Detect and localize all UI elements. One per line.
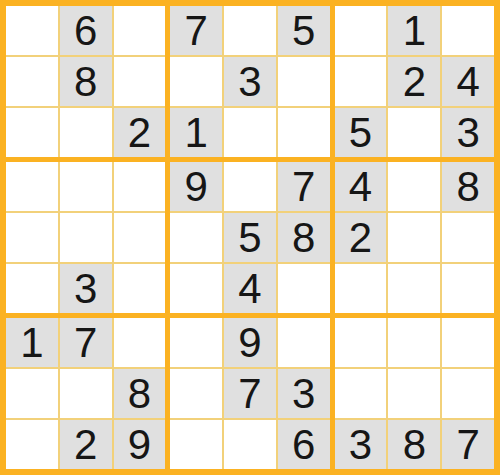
box-2-3: 482	[335, 162, 494, 313]
cell-r1c7[interactable]	[335, 6, 387, 55]
cell-r7c6[interactable]	[278, 318, 330, 367]
cell-r6c4[interactable]	[170, 264, 222, 313]
cell-r8c9[interactable]	[442, 369, 494, 418]
cell-r6c8[interactable]	[388, 264, 440, 313]
cell-r5c7[interactable]: 2	[335, 213, 387, 262]
cell-r8c4[interactable]	[170, 369, 222, 418]
cell-r3c2[interactable]	[60, 108, 112, 157]
cell-r5c8[interactable]	[388, 213, 440, 262]
cell-r3c8[interactable]	[388, 108, 440, 157]
cell-r3c7[interactable]: 5	[335, 108, 387, 157]
cell-r9c5[interactable]	[224, 420, 276, 469]
cell-r7c4[interactable]	[170, 318, 222, 367]
cell-r2c4[interactable]	[170, 57, 222, 106]
cell-r3c3[interactable]: 2	[114, 108, 166, 157]
cell-r6c2[interactable]: 3	[60, 264, 112, 313]
cell-r6c9[interactable]	[442, 264, 494, 313]
cell-r9c3[interactable]: 9	[114, 420, 166, 469]
cell-r6c6[interactable]	[278, 264, 330, 313]
cell-r6c1[interactable]	[6, 264, 58, 313]
cell-r1c5[interactable]	[224, 6, 276, 55]
cell-r9c6[interactable]: 6	[278, 420, 330, 469]
cell-r2c5[interactable]: 3	[224, 57, 276, 106]
cell-r2c3[interactable]	[114, 57, 166, 106]
cell-r8c1[interactable]	[6, 369, 58, 418]
cell-r8c3[interactable]: 8	[114, 369, 166, 418]
cell-r4c4[interactable]: 9	[170, 162, 222, 211]
cell-r8c7[interactable]	[335, 369, 387, 418]
cell-r9c2[interactable]: 2	[60, 420, 112, 469]
cell-r9c8[interactable]: 8	[388, 420, 440, 469]
box-1-1: 682	[6, 6, 165, 157]
cell-r1c1[interactable]	[6, 6, 58, 55]
cell-r4c9[interactable]: 8	[442, 162, 494, 211]
cell-r2c6[interactable]	[278, 57, 330, 106]
cell-r3c1[interactable]	[6, 108, 58, 157]
cell-r1c6[interactable]: 5	[278, 6, 330, 55]
cell-r8c6[interactable]: 3	[278, 369, 330, 418]
cell-r4c8[interactable]	[388, 162, 440, 211]
box-2-1: 3	[6, 162, 165, 313]
cell-r3c9[interactable]: 3	[442, 108, 494, 157]
cell-r3c6[interactable]	[278, 108, 330, 157]
cell-r9c7[interactable]: 3	[335, 420, 387, 469]
cell-r6c5[interactable]: 4	[224, 264, 276, 313]
cell-r3c5[interactable]	[224, 108, 276, 157]
box-1-3: 12453	[335, 6, 494, 157]
box-3-2: 9736	[170, 318, 329, 469]
cell-r4c5[interactable]	[224, 162, 276, 211]
cell-r4c6[interactable]: 7	[278, 162, 330, 211]
cell-r5c1[interactable]	[6, 213, 58, 262]
cell-r9c4[interactable]	[170, 420, 222, 469]
box-2-2: 97584	[170, 162, 329, 313]
cell-r5c3[interactable]	[114, 213, 166, 262]
cell-r5c4[interactable]	[170, 213, 222, 262]
cell-r4c2[interactable]	[60, 162, 112, 211]
cell-r5c9[interactable]	[442, 213, 494, 262]
cell-r2c8[interactable]: 2	[388, 57, 440, 106]
cell-r2c2[interactable]: 8	[60, 57, 112, 106]
cell-r2c7[interactable]	[335, 57, 387, 106]
cell-r1c3[interactable]	[114, 6, 166, 55]
cell-r8c2[interactable]	[60, 369, 112, 418]
cell-r2c1[interactable]	[6, 57, 58, 106]
cell-r1c2[interactable]: 6	[60, 6, 112, 55]
cell-r5c2[interactable]	[60, 213, 112, 262]
cell-r6c7[interactable]	[335, 264, 387, 313]
cell-r1c4[interactable]: 7	[170, 6, 222, 55]
cell-r8c8[interactable]	[388, 369, 440, 418]
box-3-3: 387	[335, 318, 494, 469]
cell-r7c8[interactable]	[388, 318, 440, 367]
cell-r1c9[interactable]	[442, 6, 494, 55]
cell-r9c1[interactable]	[6, 420, 58, 469]
cell-r2c9[interactable]: 4	[442, 57, 494, 106]
sudoku-board: 682753112453397584482178299736387	[0, 0, 500, 475]
box-3-1: 17829	[6, 318, 165, 469]
cell-r4c3[interactable]	[114, 162, 166, 211]
cell-r4c1[interactable]	[6, 162, 58, 211]
cell-r7c9[interactable]	[442, 318, 494, 367]
cell-r7c1[interactable]: 1	[6, 318, 58, 367]
cell-r7c3[interactable]	[114, 318, 166, 367]
cell-r1c8[interactable]: 1	[388, 6, 440, 55]
cell-r9c9[interactable]: 7	[442, 420, 494, 469]
cell-r5c6[interactable]: 8	[278, 213, 330, 262]
cell-r3c4[interactable]: 1	[170, 108, 222, 157]
box-1-2: 7531	[170, 6, 329, 157]
cell-r8c5[interactable]: 7	[224, 369, 276, 418]
cell-r7c7[interactable]	[335, 318, 387, 367]
cell-r7c5[interactable]: 9	[224, 318, 276, 367]
cell-r4c7[interactable]: 4	[335, 162, 387, 211]
cell-r7c2[interactable]: 7	[60, 318, 112, 367]
cell-r6c3[interactable]	[114, 264, 166, 313]
cell-r5c5[interactable]: 5	[224, 213, 276, 262]
